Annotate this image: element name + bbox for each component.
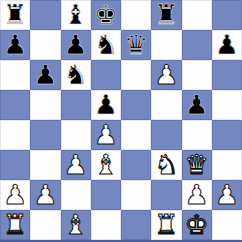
black-king-piece[interactable]: ♚ (94, 1, 118, 28)
white-king-piece[interactable]: ♚ (185, 211, 209, 238)
square-d8[interactable]: ♚ (91, 0, 121, 30)
square-g4[interactable] (182, 120, 212, 150)
square-d2[interactable] (91, 180, 121, 210)
square-h3[interactable] (212, 150, 242, 180)
square-e4[interactable] (121, 120, 151, 150)
square-f3[interactable]: ♞ (151, 150, 181, 180)
black-knight-piece[interactable]: ♞ (64, 61, 88, 88)
square-h1[interactable] (212, 210, 242, 240)
square-f4[interactable] (151, 120, 181, 150)
white-pawn-piece[interactable]: ♟ (154, 61, 178, 88)
black-pawn-piece[interactable]: ♟ (185, 91, 209, 118)
square-h8[interactable] (212, 0, 242, 30)
black-pawn-piece[interactable]: ♟ (215, 31, 239, 58)
white-pawn-piece[interactable]: ♟ (33, 181, 57, 208)
black-knight-piece[interactable]: ♞ (94, 31, 118, 58)
black-rook-piece[interactable]: ♜ (3, 1, 27, 28)
square-g8[interactable] (182, 0, 212, 30)
black-queen-piece[interactable]: ♛ (124, 31, 148, 58)
white-knight-piece[interactable]: ♞ (154, 151, 178, 178)
square-c8[interactable]: ♝ (61, 0, 91, 30)
black-pawn-piece[interactable]: ♟ (64, 31, 88, 58)
square-a3[interactable] (0, 150, 30, 180)
white-bishop-piece[interactable]: ♝ (94, 151, 118, 178)
black-pawn-piece[interactable]: ♟ (33, 61, 57, 88)
square-e2[interactable] (121, 180, 151, 210)
square-d6[interactable] (91, 60, 121, 90)
square-h6[interactable] (212, 60, 242, 90)
square-g6[interactable] (182, 60, 212, 90)
black-rook-piece[interactable]: ♜ (154, 1, 178, 28)
square-b6[interactable]: ♟ (30, 60, 60, 90)
square-a4[interactable] (0, 120, 30, 150)
square-f6[interactable]: ♟ (151, 60, 181, 90)
square-g5[interactable]: ♟ (182, 90, 212, 120)
square-c2[interactable] (61, 180, 91, 210)
square-d1[interactable] (91, 210, 121, 240)
square-a8[interactable]: ♜ (0, 0, 30, 30)
square-d4[interactable]: ♟ (91, 120, 121, 150)
square-a2[interactable]: ♟ (0, 180, 30, 210)
square-g3[interactable]: ♛ (182, 150, 212, 180)
square-d3[interactable]: ♝ (91, 150, 121, 180)
white-bishop-piece[interactable]: ♝ (64, 211, 88, 238)
white-pawn-piece[interactable]: ♟ (3, 181, 27, 208)
square-b8[interactable] (30, 0, 60, 30)
square-f8[interactable]: ♜ (151, 0, 181, 30)
square-e8[interactable] (121, 0, 151, 30)
white-queen-piece[interactable]: ♛ (185, 151, 209, 178)
square-c7[interactable]: ♟ (61, 30, 91, 60)
white-pawn-piece[interactable]: ♟ (94, 121, 118, 148)
chess-board: ♜♝♚♜♟♟♞♛♟♟♞♟♟♟♟♟♝♞♛♟♟♟♟♜♝♜♚ (0, 0, 242, 242)
black-bishop-piece[interactable]: ♝ (64, 1, 88, 28)
square-e3[interactable] (121, 150, 151, 180)
black-pawn-piece[interactable]: ♟ (94, 91, 118, 118)
square-e7[interactable]: ♛ (121, 30, 151, 60)
square-h7[interactable]: ♟ (212, 30, 242, 60)
square-f7[interactable] (151, 30, 181, 60)
square-c3[interactable]: ♟ (61, 150, 91, 180)
square-g1[interactable]: ♚ (182, 210, 212, 240)
white-rook-piece[interactable]: ♜ (3, 211, 27, 238)
square-b5[interactable] (30, 90, 60, 120)
square-a5[interactable] (0, 90, 30, 120)
square-e5[interactable] (121, 90, 151, 120)
square-b4[interactable] (30, 120, 60, 150)
white-pawn-piece[interactable]: ♟ (185, 181, 209, 208)
square-b2[interactable]: ♟ (30, 180, 60, 210)
white-pawn-piece[interactable]: ♟ (215, 181, 239, 208)
square-h5[interactable] (212, 90, 242, 120)
square-h2[interactable]: ♟ (212, 180, 242, 210)
square-h4[interactable] (212, 120, 242, 150)
square-a7[interactable]: ♟ (0, 30, 30, 60)
square-a6[interactable] (0, 60, 30, 90)
square-f2[interactable] (151, 180, 181, 210)
square-c1[interactable]: ♝ (61, 210, 91, 240)
white-pawn-piece[interactable]: ♟ (64, 151, 88, 178)
square-d7[interactable]: ♞ (91, 30, 121, 60)
white-rook-piece[interactable]: ♜ (154, 211, 178, 238)
square-c5[interactable] (61, 90, 91, 120)
square-f5[interactable] (151, 90, 181, 120)
square-b3[interactable] (30, 150, 60, 180)
square-c4[interactable] (61, 120, 91, 150)
square-a1[interactable]: ♜ (0, 210, 30, 240)
square-e1[interactable] (121, 210, 151, 240)
square-b7[interactable] (30, 30, 60, 60)
square-g2[interactable]: ♟ (182, 180, 212, 210)
square-c6[interactable]: ♞ (61, 60, 91, 90)
square-d5[interactable]: ♟ (91, 90, 121, 120)
black-pawn-piece[interactable]: ♟ (3, 31, 27, 58)
square-e6[interactable] (121, 60, 151, 90)
square-b1[interactable] (30, 210, 60, 240)
square-f1[interactable]: ♜ (151, 210, 181, 240)
square-g7[interactable] (182, 30, 212, 60)
